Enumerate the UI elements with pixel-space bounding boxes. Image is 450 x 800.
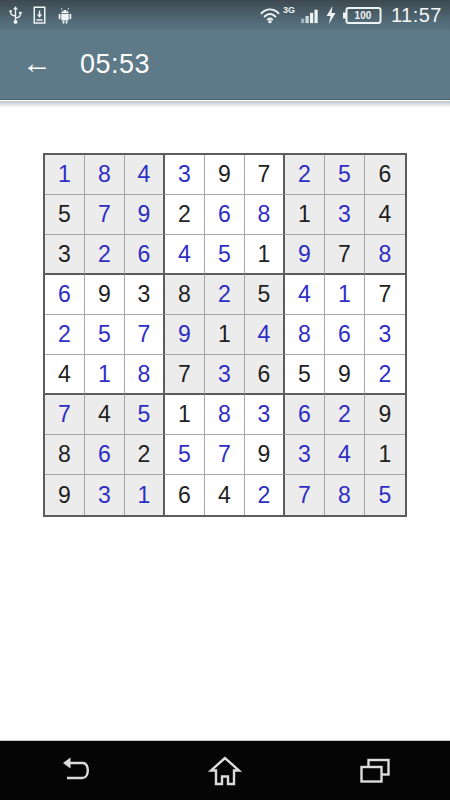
- cell-r6c4[interactable]: 7: [165, 355, 205, 395]
- usb-icon: [8, 6, 23, 25]
- cell-r2c6[interactable]: 8: [245, 195, 285, 235]
- cell-r9c5[interactable]: 4: [205, 475, 245, 515]
- cell-r3c1[interactable]: 3: [45, 235, 85, 275]
- sudoku-board: 1843972565792681343264519786938254172579…: [43, 153, 407, 517]
- cell-r1c4[interactable]: 3: [165, 155, 205, 195]
- cell-r4c3[interactable]: 3: [125, 275, 165, 315]
- cell-r1c7[interactable]: 2: [285, 155, 325, 195]
- cell-r9c3[interactable]: 1: [125, 475, 165, 515]
- cell-r2c2[interactable]: 7: [85, 195, 125, 235]
- cell-r2c1[interactable]: 5: [45, 195, 85, 235]
- app-bar: ← 05:53: [0, 30, 450, 100]
- cell-r2c8[interactable]: 3: [325, 195, 365, 235]
- cell-r3c2[interactable]: 2: [85, 235, 125, 275]
- cell-r8c1[interactable]: 8: [45, 435, 85, 475]
- cell-r2c9[interactable]: 4: [365, 195, 405, 235]
- cell-r6c5[interactable]: 3: [205, 355, 245, 395]
- cell-r8c8[interactable]: 4: [325, 435, 365, 475]
- cell-r7c3[interactable]: 5: [125, 395, 165, 435]
- cell-r4c4[interactable]: 8: [165, 275, 205, 315]
- cell-r4c9[interactable]: 7: [365, 275, 405, 315]
- cell-r1c8[interactable]: 5: [325, 155, 365, 195]
- cell-r5c9[interactable]: 3: [365, 315, 405, 355]
- cell-r8c6[interactable]: 9: [245, 435, 285, 475]
- app-bar-shadow: [0, 101, 450, 108]
- cell-r9c7[interactable]: 7: [285, 475, 325, 515]
- cell-r6c1[interactable]: 4: [45, 355, 85, 395]
- cell-r7c8[interactable]: 2: [325, 395, 365, 435]
- android-icon: [56, 6, 74, 25]
- cell-r7c6[interactable]: 3: [245, 395, 285, 435]
- cell-r3c4[interactable]: 4: [165, 235, 205, 275]
- nav-recents-icon: [357, 756, 393, 786]
- cell-r3c6[interactable]: 1: [245, 235, 285, 275]
- cell-r4c2[interactable]: 9: [85, 275, 125, 315]
- cell-r8c2[interactable]: 6: [85, 435, 125, 475]
- cell-r1c1[interactable]: 1: [45, 155, 85, 195]
- cell-r8c7[interactable]: 3: [285, 435, 325, 475]
- cell-r5c8[interactable]: 6: [325, 315, 365, 355]
- cell-r4c1[interactable]: 6: [45, 275, 85, 315]
- cell-r6c6[interactable]: 6: [245, 355, 285, 395]
- cell-r9c6[interactable]: 2: [245, 475, 285, 515]
- cell-r1c9[interactable]: 6: [365, 155, 405, 195]
- cell-r7c5[interactable]: 8: [205, 395, 245, 435]
- cell-r7c1[interactable]: 7: [45, 395, 85, 435]
- cell-r1c5[interactable]: 9: [205, 155, 245, 195]
- cell-r7c2[interactable]: 4: [85, 395, 125, 435]
- cell-r3c5[interactable]: 5: [205, 235, 245, 275]
- game-timer-label: 05:53: [80, 49, 150, 80]
- battery-level-label: 100: [350, 10, 376, 21]
- cell-r9c8[interactable]: 8: [325, 475, 365, 515]
- nav-back-button[interactable]: [0, 741, 150, 800]
- cell-r6c8[interactable]: 9: [325, 355, 365, 395]
- status-icons-left: [8, 6, 74, 25]
- cell-r6c7[interactable]: 5: [285, 355, 325, 395]
- cell-r3c3[interactable]: 6: [125, 235, 165, 275]
- cell-r6c3[interactable]: 8: [125, 355, 165, 395]
- back-arrow-icon[interactable]: ←: [0, 38, 66, 92]
- phone-screen: 3G 100 11:57: [0, 0, 450, 800]
- cell-r7c7[interactable]: 6: [285, 395, 325, 435]
- cell-r9c1[interactable]: 9: [45, 475, 85, 515]
- cell-r5c1[interactable]: 2: [45, 315, 85, 355]
- cell-r4c7[interactable]: 4: [285, 275, 325, 315]
- cell-r5c7[interactable]: 8: [285, 315, 325, 355]
- cell-r3c9[interactable]: 8: [365, 235, 405, 275]
- nav-recents-button[interactable]: [300, 741, 450, 800]
- cell-r5c2[interactable]: 5: [85, 315, 125, 355]
- cell-r1c6[interactable]: 7: [245, 155, 285, 195]
- charging-bolt-icon: [325, 6, 337, 24]
- battery-icon: 100: [342, 6, 382, 25]
- cell-r8c9[interactable]: 1: [365, 435, 405, 475]
- storage-download-icon: [32, 6, 47, 25]
- cell-r8c4[interactable]: 5: [165, 435, 205, 475]
- nav-home-button[interactable]: [150, 741, 300, 800]
- cell-r7c9[interactable]: 9: [365, 395, 405, 435]
- cell-r5c6[interactable]: 4: [245, 315, 285, 355]
- cell-r8c5[interactable]: 7: [205, 435, 245, 475]
- cell-r5c5[interactable]: 1: [205, 315, 245, 355]
- cell-r7c4[interactable]: 1: [165, 395, 205, 435]
- cell-r3c8[interactable]: 7: [325, 235, 365, 275]
- cell-r2c5[interactable]: 6: [205, 195, 245, 235]
- clock-label: 11:57: [391, 4, 442, 27]
- cell-r3c7[interactable]: 9: [285, 235, 325, 275]
- signal-bars-icon: [300, 7, 320, 24]
- cell-r5c4[interactable]: 9: [165, 315, 205, 355]
- cell-r5c3[interactable]: 7: [125, 315, 165, 355]
- cell-r9c4[interactable]: 6: [165, 475, 205, 515]
- cell-r1c3[interactable]: 4: [125, 155, 165, 195]
- cell-r2c7[interactable]: 1: [285, 195, 325, 235]
- nav-home-icon: [207, 755, 243, 787]
- cell-r2c4[interactable]: 2: [165, 195, 205, 235]
- status-icons-right: 3G 100 11:57: [259, 4, 442, 27]
- cell-r4c6[interactable]: 5: [245, 275, 285, 315]
- cell-r6c9[interactable]: 2: [365, 355, 405, 395]
- navigation-bar: [0, 740, 450, 800]
- cell-r4c8[interactable]: 1: [325, 275, 365, 315]
- nav-back-icon: [56, 756, 94, 786]
- status-bar: 3G 100 11:57: [0, 0, 450, 30]
- wifi-icon: [259, 7, 281, 24]
- cell-r9c9[interactable]: 5: [365, 475, 405, 515]
- cell-r1c2[interactable]: 8: [85, 155, 125, 195]
- network-type-label: 3G: [283, 5, 295, 15]
- cell-r8c3[interactable]: 2: [125, 435, 165, 475]
- cell-r4c5[interactable]: 2: [205, 275, 245, 315]
- cell-r2c3[interactable]: 9: [125, 195, 165, 235]
- cell-r6c2[interactable]: 1: [85, 355, 125, 395]
- cell-r9c2[interactable]: 3: [85, 475, 125, 515]
